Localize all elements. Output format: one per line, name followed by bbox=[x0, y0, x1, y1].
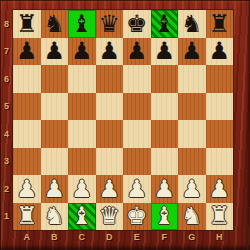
square-d5[interactable] bbox=[96, 93, 124, 121]
square-h4[interactable] bbox=[206, 120, 234, 148]
square-c1[interactable]: ♝ bbox=[68, 203, 96, 231]
rank-label-3: 3 bbox=[0, 148, 13, 176]
piece-white-queen: ♛ bbox=[98, 204, 120, 228]
square-h7[interactable]: ♟ bbox=[206, 38, 234, 66]
piece-white-bishop: ♝ bbox=[71, 204, 93, 228]
square-c6[interactable] bbox=[68, 65, 96, 93]
piece-white-pawn: ♟ bbox=[98, 177, 120, 201]
square-c2[interactable]: ♟ bbox=[68, 175, 96, 203]
file-label-f: F bbox=[151, 230, 179, 247]
rank-label-5: 5 bbox=[0, 93, 13, 121]
square-h1[interactable]: ♜ bbox=[206, 203, 234, 231]
square-c3[interactable] bbox=[68, 148, 96, 176]
square-a7[interactable]: ♟ bbox=[13, 38, 41, 66]
chess-board: ♜♞♝♛♚♝♞♜♟♟♟♟♟♟♟♟♟♟♟♟♟♟♟♟♜♞♝♛♚♝♞♜ bbox=[13, 10, 233, 230]
piece-white-rook: ♜ bbox=[16, 204, 38, 228]
piece-white-rook: ♜ bbox=[208, 204, 230, 228]
square-f3[interactable] bbox=[151, 148, 179, 176]
piece-black-pawn: ♟ bbox=[181, 39, 203, 63]
file-label-h: H bbox=[206, 230, 234, 247]
square-f8[interactable]: ♝ bbox=[151, 10, 179, 38]
square-c5[interactable] bbox=[68, 93, 96, 121]
square-b7[interactable]: ♟ bbox=[41, 38, 69, 66]
piece-black-knight: ♞ bbox=[181, 12, 203, 36]
rank-label-4: 4 bbox=[0, 120, 13, 148]
square-g3[interactable] bbox=[178, 148, 206, 176]
piece-white-bishop: ♝ bbox=[153, 204, 175, 228]
piece-black-rook: ♜ bbox=[208, 12, 230, 36]
square-a5[interactable] bbox=[13, 93, 41, 121]
piece-black-knight: ♞ bbox=[43, 12, 65, 36]
piece-white-pawn: ♟ bbox=[16, 177, 38, 201]
square-g8[interactable]: ♞ bbox=[178, 10, 206, 38]
square-e7[interactable]: ♟ bbox=[123, 38, 151, 66]
square-d6[interactable] bbox=[96, 65, 124, 93]
square-d2[interactable]: ♟ bbox=[96, 175, 124, 203]
file-label-g: G bbox=[178, 230, 206, 247]
square-h8[interactable]: ♜ bbox=[206, 10, 234, 38]
square-h5[interactable] bbox=[206, 93, 234, 121]
square-c8[interactable]: ♝ bbox=[68, 10, 96, 38]
square-c7[interactable]: ♟ bbox=[68, 38, 96, 66]
square-b6[interactable] bbox=[41, 65, 69, 93]
square-f4[interactable] bbox=[151, 120, 179, 148]
square-e5[interactable] bbox=[123, 93, 151, 121]
piece-white-pawn: ♟ bbox=[126, 177, 148, 201]
rank-label-8: 8 bbox=[0, 10, 13, 38]
piece-white-pawn: ♟ bbox=[208, 177, 230, 201]
square-f5[interactable] bbox=[151, 93, 179, 121]
piece-black-king: ♚ bbox=[126, 12, 148, 36]
square-b4[interactable] bbox=[41, 120, 69, 148]
square-c4[interactable] bbox=[68, 120, 96, 148]
square-e2[interactable]: ♟ bbox=[123, 175, 151, 203]
piece-black-pawn: ♟ bbox=[43, 39, 65, 63]
piece-white-knight: ♞ bbox=[43, 204, 65, 228]
square-g6[interactable] bbox=[178, 65, 206, 93]
rank-label-6: 6 bbox=[0, 65, 13, 93]
file-label-c: C bbox=[68, 230, 96, 247]
square-d1[interactable]: ♛ bbox=[96, 203, 124, 231]
square-b1[interactable]: ♞ bbox=[41, 203, 69, 231]
piece-white-pawn: ♟ bbox=[181, 177, 203, 201]
piece-black-pawn: ♟ bbox=[126, 39, 148, 63]
square-d7[interactable]: ♟ bbox=[96, 38, 124, 66]
square-g7[interactable]: ♟ bbox=[178, 38, 206, 66]
square-g4[interactable] bbox=[178, 120, 206, 148]
square-b8[interactable]: ♞ bbox=[41, 10, 69, 38]
piece-black-rook: ♜ bbox=[16, 12, 38, 36]
file-label-b: B bbox=[41, 230, 69, 247]
square-b3[interactable] bbox=[41, 148, 69, 176]
piece-black-pawn: ♟ bbox=[71, 39, 93, 63]
piece-white-king: ♚ bbox=[126, 204, 148, 228]
piece-black-pawn: ♟ bbox=[153, 39, 175, 63]
piece-black-bishop: ♝ bbox=[71, 12, 93, 36]
piece-white-pawn: ♟ bbox=[153, 177, 175, 201]
piece-black-pawn: ♟ bbox=[208, 39, 230, 63]
square-g2[interactable]: ♟ bbox=[178, 175, 206, 203]
square-g5[interactable] bbox=[178, 93, 206, 121]
square-g1[interactable]: ♞ bbox=[178, 203, 206, 231]
rank-label-7: 7 bbox=[0, 38, 13, 66]
square-b5[interactable] bbox=[41, 93, 69, 121]
board-frame: 87654321 ♜♞♝♛♚♝♞♜♟♟♟♟♟♟♟♟♟♟♟♟♟♟♟♟♜♞♝♛♚♝♞… bbox=[0, 0, 250, 250]
piece-black-queen: ♛ bbox=[98, 12, 120, 36]
file-label-e: E bbox=[123, 230, 151, 247]
square-h3[interactable] bbox=[206, 148, 234, 176]
square-b2[interactable]: ♟ bbox=[41, 175, 69, 203]
square-a6[interactable] bbox=[13, 65, 41, 93]
square-a2[interactable]: ♟ bbox=[13, 175, 41, 203]
square-f2[interactable]: ♟ bbox=[151, 175, 179, 203]
square-f7[interactable]: ♟ bbox=[151, 38, 179, 66]
square-d3[interactable] bbox=[96, 148, 124, 176]
file-label-d: D bbox=[96, 230, 124, 247]
rank-label-2: 2 bbox=[0, 175, 13, 203]
piece-white-pawn: ♟ bbox=[71, 177, 93, 201]
rank-label-1: 1 bbox=[0, 203, 13, 231]
square-a3[interactable] bbox=[13, 148, 41, 176]
square-a8[interactable]: ♜ bbox=[13, 10, 41, 38]
file-labels: ABCDEFGH bbox=[13, 230, 233, 247]
square-d8[interactable]: ♛ bbox=[96, 10, 124, 38]
square-h6[interactable] bbox=[206, 65, 234, 93]
rank-labels: 87654321 bbox=[0, 10, 13, 230]
square-f6[interactable] bbox=[151, 65, 179, 93]
piece-white-pawn: ♟ bbox=[43, 177, 65, 201]
square-e6[interactable] bbox=[123, 65, 151, 93]
square-a4[interactable] bbox=[13, 120, 41, 148]
square-f1[interactable]: ♝ bbox=[151, 203, 179, 231]
piece-black-pawn: ♟ bbox=[98, 39, 120, 63]
square-d4[interactable] bbox=[96, 120, 124, 148]
square-e4[interactable] bbox=[123, 120, 151, 148]
square-e3[interactable] bbox=[123, 148, 151, 176]
piece-black-bishop: ♝ bbox=[153, 12, 175, 36]
square-h2[interactable]: ♟ bbox=[206, 175, 234, 203]
square-e1[interactable]: ♚ bbox=[123, 203, 151, 231]
piece-white-knight: ♞ bbox=[181, 204, 203, 228]
square-e8[interactable]: ♚ bbox=[123, 10, 151, 38]
square-a1[interactable]: ♜ bbox=[13, 203, 41, 231]
piece-black-pawn: ♟ bbox=[16, 39, 38, 63]
file-label-a: A bbox=[13, 230, 41, 247]
